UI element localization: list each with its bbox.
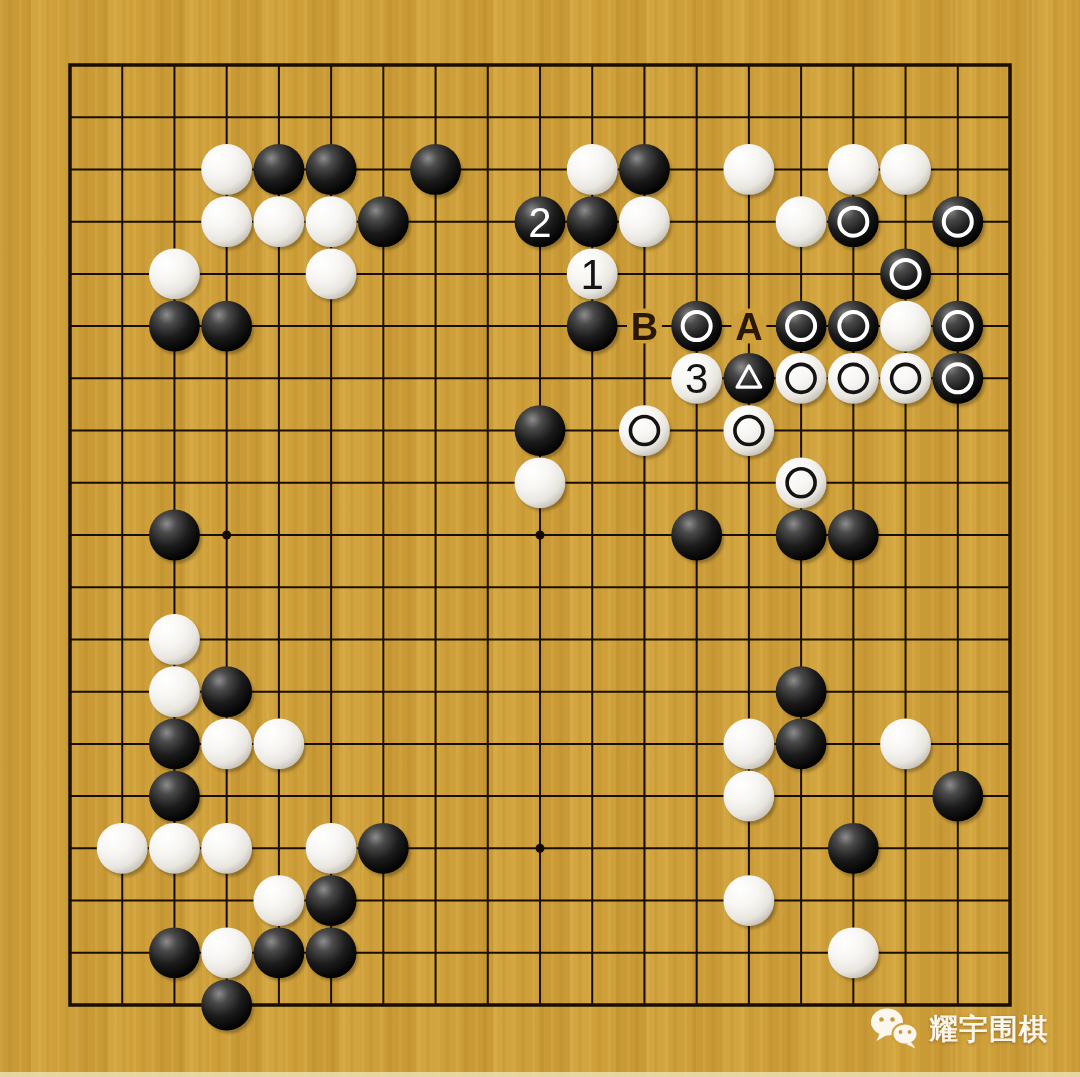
stone-black xyxy=(567,301,618,352)
stone-black xyxy=(201,666,252,717)
stone-white xyxy=(723,718,774,769)
stone-black xyxy=(619,144,670,195)
stone-black xyxy=(723,353,774,404)
stone-white xyxy=(880,301,931,352)
stone-white xyxy=(880,718,931,769)
stone-black xyxy=(776,510,827,561)
stone-black xyxy=(149,301,200,352)
stone-white xyxy=(619,405,670,456)
stone-black xyxy=(515,405,566,456)
wechat-icon xyxy=(870,1007,920,1053)
stone-white xyxy=(828,927,879,978)
board-label: B xyxy=(631,306,658,348)
stone-black xyxy=(253,144,304,195)
stone-black xyxy=(149,718,200,769)
stone-white xyxy=(723,875,774,926)
stone-black xyxy=(149,927,200,978)
screenshot-canvas: 123AB 耀宇围棋 xyxy=(0,0,1080,1077)
stone-white xyxy=(201,823,252,874)
stone-black xyxy=(149,771,200,822)
stone-white xyxy=(619,196,670,247)
logo-text: 耀宇围棋 xyxy=(929,1010,1049,1050)
stone-black xyxy=(358,196,409,247)
stone-white xyxy=(515,457,566,508)
stone-white xyxy=(253,875,304,926)
stone-label: 2 xyxy=(528,199,551,246)
stone-white xyxy=(201,144,252,195)
stone-black xyxy=(932,353,983,404)
stone-label: 1 xyxy=(581,251,604,298)
stone-white xyxy=(201,927,252,978)
stone-white xyxy=(253,196,304,247)
stone-black xyxy=(201,980,252,1031)
stone-black xyxy=(932,196,983,247)
stone-white xyxy=(880,144,931,195)
stone-white xyxy=(776,457,827,508)
stone-white xyxy=(723,771,774,822)
stone-black xyxy=(306,927,357,978)
stone-black xyxy=(671,510,722,561)
stone-white xyxy=(776,353,827,404)
stone-black xyxy=(932,771,983,822)
stone-white xyxy=(253,718,304,769)
stone-black xyxy=(776,718,827,769)
stone-black xyxy=(306,144,357,195)
stone-white xyxy=(149,248,200,299)
bottom-edge-highlight xyxy=(0,1072,1080,1077)
stone-white xyxy=(306,196,357,247)
board-label: A xyxy=(735,306,762,348)
stone-black xyxy=(828,196,879,247)
stone-black xyxy=(567,196,618,247)
stone-black xyxy=(201,301,252,352)
stone-black xyxy=(776,301,827,352)
stone-black xyxy=(149,510,200,561)
stone-white xyxy=(723,144,774,195)
stone-white xyxy=(828,144,879,195)
stone-label: 3 xyxy=(685,355,708,402)
stone-white xyxy=(149,666,200,717)
stone-black xyxy=(776,666,827,717)
stone-white xyxy=(306,248,357,299)
stone-white xyxy=(149,823,200,874)
publisher-logo: 耀宇围棋 xyxy=(870,1004,1049,1056)
stone-white xyxy=(306,823,357,874)
stone-black xyxy=(828,510,879,561)
stone-white xyxy=(776,196,827,247)
stone-black xyxy=(932,301,983,352)
stone-black xyxy=(828,301,879,352)
stone-white xyxy=(149,614,200,665)
stone-white xyxy=(880,353,931,404)
stone-black xyxy=(410,144,461,195)
go-board: 123AB xyxy=(0,0,1080,1077)
stone-white xyxy=(201,196,252,247)
star-point xyxy=(222,531,231,540)
stone-black xyxy=(306,875,357,926)
stone-black xyxy=(253,927,304,978)
stone-white xyxy=(201,718,252,769)
stone-black xyxy=(671,301,722,352)
stone-white xyxy=(567,144,618,195)
stone-white xyxy=(97,823,148,874)
stone-white xyxy=(723,405,774,456)
stone-white xyxy=(828,353,879,404)
stone-black xyxy=(358,823,409,874)
star-point xyxy=(536,531,545,540)
star-point xyxy=(536,844,545,853)
stone-black xyxy=(880,248,931,299)
stone-black xyxy=(828,823,879,874)
